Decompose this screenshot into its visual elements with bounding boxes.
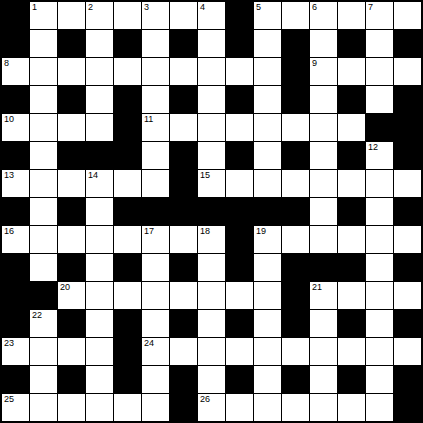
clue-number: 11 <box>144 114 153 125</box>
white-cell[interactable] <box>394 170 421 197</box>
black-cell <box>114 142 141 169</box>
white-cell[interactable] <box>226 170 253 197</box>
black-cell <box>198 198 225 225</box>
clue-number: 21 <box>312 282 322 293</box>
white-cell[interactable]: 3 <box>142 2 169 29</box>
white-cell[interactable] <box>142 254 169 281</box>
white-cell[interactable] <box>366 310 393 337</box>
white-cell[interactable] <box>30 86 57 113</box>
black-cell <box>226 2 253 29</box>
white-cell[interactable] <box>310 198 337 225</box>
white-cell[interactable]: 20 <box>58 282 85 309</box>
black-cell <box>254 198 281 225</box>
black-cell <box>58 86 85 113</box>
clue-number: 26 <box>200 394 210 405</box>
clue-number: 24 <box>144 338 154 349</box>
white-cell[interactable]: 18 <box>198 226 225 253</box>
white-cell[interactable]: 8 <box>2 58 29 85</box>
black-cell <box>394 310 421 337</box>
black-cell <box>2 366 29 393</box>
white-cell[interactable] <box>30 170 57 197</box>
black-cell <box>282 254 309 281</box>
white-cell[interactable] <box>366 170 393 197</box>
white-cell[interactable] <box>198 282 225 309</box>
white-cell[interactable] <box>338 170 365 197</box>
white-cell[interactable] <box>394 58 421 85</box>
white-cell[interactable] <box>366 338 393 365</box>
white-cell[interactable] <box>86 58 113 85</box>
white-cell[interactable] <box>142 142 169 169</box>
clue-number: 25 <box>4 394 14 405</box>
white-cell[interactable] <box>170 282 197 309</box>
clue-number: 4 <box>200 2 205 13</box>
white-cell[interactable] <box>254 394 281 421</box>
white-cell[interactable] <box>198 366 225 393</box>
white-cell[interactable]: 14 <box>86 170 113 197</box>
black-cell <box>338 142 365 169</box>
white-cell[interactable] <box>338 114 365 141</box>
clue-number: 16 <box>4 226 14 237</box>
white-cell[interactable] <box>310 86 337 113</box>
white-cell[interactable]: 24 <box>142 338 169 365</box>
black-cell <box>58 254 85 281</box>
black-cell <box>282 366 309 393</box>
black-cell <box>394 142 421 169</box>
white-cell[interactable] <box>310 114 337 141</box>
black-cell <box>170 254 197 281</box>
black-cell <box>114 310 141 337</box>
white-cell[interactable] <box>58 58 85 85</box>
white-cell[interactable] <box>310 394 337 421</box>
black-cell <box>114 86 141 113</box>
black-cell <box>170 366 197 393</box>
white-cell[interactable] <box>254 86 281 113</box>
black-cell <box>338 366 365 393</box>
black-cell <box>338 254 365 281</box>
clue-number: 7 <box>368 2 373 13</box>
clue-number: 6 <box>312 2 317 13</box>
white-cell[interactable] <box>142 30 169 57</box>
white-cell[interactable]: 4 <box>198 2 225 29</box>
black-cell <box>170 310 197 337</box>
clue-number: 9 <box>312 58 317 69</box>
white-cell[interactable] <box>310 142 337 169</box>
black-cell <box>282 282 309 309</box>
black-cell <box>226 198 253 225</box>
clue-number: 1 <box>32 2 37 13</box>
white-cell[interactable] <box>310 366 337 393</box>
white-cell[interactable] <box>310 310 337 337</box>
white-cell[interactable] <box>254 170 281 197</box>
white-cell[interactable] <box>254 338 281 365</box>
white-cell[interactable] <box>198 86 225 113</box>
white-cell[interactable] <box>338 338 365 365</box>
white-cell[interactable] <box>226 338 253 365</box>
white-cell[interactable]: 6 <box>310 2 337 29</box>
white-cell[interactable] <box>30 198 57 225</box>
white-cell[interactable] <box>30 226 57 253</box>
black-cell <box>338 310 365 337</box>
clue-number: 12 <box>368 142 378 153</box>
black-cell <box>394 394 421 421</box>
black-cell <box>338 30 365 57</box>
black-cell <box>338 86 365 113</box>
white-cell[interactable] <box>254 366 281 393</box>
black-cell <box>114 198 141 225</box>
white-cell[interactable] <box>338 58 365 85</box>
white-cell[interactable] <box>86 254 113 281</box>
black-cell <box>170 170 197 197</box>
black-cell <box>2 2 29 29</box>
white-cell[interactable] <box>30 338 57 365</box>
white-cell[interactable] <box>254 310 281 337</box>
black-cell <box>114 338 141 365</box>
white-cell[interactable]: 16 <box>2 226 29 253</box>
black-cell <box>226 226 253 253</box>
black-cell <box>170 394 197 421</box>
crossword-board: 1234567891011121314151617181920212223242… <box>0 0 423 423</box>
white-cell[interactable] <box>30 30 57 57</box>
black-cell <box>366 114 393 141</box>
black-cell <box>114 366 141 393</box>
white-cell[interactable] <box>30 394 57 421</box>
white-cell[interactable] <box>198 310 225 337</box>
black-cell <box>2 86 29 113</box>
white-cell[interactable] <box>114 394 141 421</box>
white-cell[interactable] <box>366 86 393 113</box>
white-cell[interactable] <box>198 338 225 365</box>
white-cell[interactable] <box>366 226 393 253</box>
white-cell[interactable] <box>338 226 365 253</box>
white-cell[interactable] <box>142 86 169 113</box>
black-cell <box>170 86 197 113</box>
white-cell[interactable] <box>366 254 393 281</box>
white-cell[interactable] <box>86 282 113 309</box>
black-cell <box>58 198 85 225</box>
white-cell[interactable] <box>30 366 57 393</box>
clue-number: 10 <box>4 114 14 125</box>
white-cell[interactable] <box>338 394 365 421</box>
white-cell[interactable]: 7 <box>366 2 393 29</box>
black-cell <box>282 86 309 113</box>
white-cell[interactable] <box>310 30 337 57</box>
black-cell <box>226 142 253 169</box>
black-cell <box>282 142 309 169</box>
white-cell[interactable]: 23 <box>2 338 29 365</box>
white-cell[interactable] <box>58 226 85 253</box>
white-cell[interactable] <box>226 282 253 309</box>
black-cell <box>2 310 29 337</box>
black-cell <box>394 86 421 113</box>
black-cell <box>394 114 421 141</box>
white-cell[interactable] <box>86 86 113 113</box>
white-cell[interactable] <box>30 254 57 281</box>
white-cell[interactable] <box>86 226 113 253</box>
white-cell[interactable] <box>310 338 337 365</box>
white-cell[interactable] <box>282 394 309 421</box>
clue-number: 17 <box>144 226 154 237</box>
black-cell <box>86 142 113 169</box>
white-cell[interactable] <box>198 58 225 85</box>
white-cell[interactable] <box>114 58 141 85</box>
white-cell[interactable] <box>86 394 113 421</box>
clue-number: 14 <box>88 170 98 181</box>
clue-number: 20 <box>60 282 70 293</box>
black-cell <box>310 254 337 281</box>
white-cell[interactable] <box>86 114 113 141</box>
white-cell[interactable] <box>114 170 141 197</box>
white-cell[interactable] <box>86 366 113 393</box>
white-cell[interactable] <box>86 30 113 57</box>
white-cell[interactable] <box>338 2 365 29</box>
clue-number: 15 <box>200 170 210 181</box>
white-cell[interactable] <box>58 394 85 421</box>
clue-number: 8 <box>4 58 9 69</box>
white-cell[interactable]: 1 <box>30 2 57 29</box>
white-cell[interactable] <box>310 226 337 253</box>
white-cell[interactable] <box>394 338 421 365</box>
clue-number: 19 <box>256 226 266 237</box>
white-cell[interactable] <box>198 30 225 57</box>
black-cell <box>114 114 141 141</box>
white-cell[interactable] <box>254 142 281 169</box>
white-cell[interactable] <box>170 226 197 253</box>
black-cell <box>282 30 309 57</box>
black-cell <box>114 254 141 281</box>
clue-number: 18 <box>200 226 210 237</box>
white-cell[interactable]: 13 <box>2 170 29 197</box>
black-cell <box>170 142 197 169</box>
white-cell[interactable] <box>86 198 113 225</box>
white-cell[interactable]: 17 <box>142 226 169 253</box>
white-cell[interactable] <box>58 2 85 29</box>
white-cell[interactable] <box>30 142 57 169</box>
white-cell[interactable] <box>282 226 309 253</box>
black-cell <box>282 310 309 337</box>
white-cell[interactable] <box>282 338 309 365</box>
white-cell[interactable] <box>30 58 57 85</box>
black-cell <box>58 142 85 169</box>
white-cell[interactable] <box>58 114 85 141</box>
black-cell <box>226 86 253 113</box>
white-cell[interactable] <box>394 282 421 309</box>
white-cell[interactable]: 19 <box>254 226 281 253</box>
white-cell[interactable] <box>86 310 113 337</box>
white-cell[interactable] <box>142 170 169 197</box>
white-cell[interactable] <box>338 282 365 309</box>
white-cell[interactable]: 26 <box>198 394 225 421</box>
white-cell[interactable] <box>282 170 309 197</box>
white-cell[interactable] <box>254 58 281 85</box>
clue-number: 23 <box>4 338 14 349</box>
white-cell[interactable] <box>198 254 225 281</box>
clue-number: 5 <box>256 2 261 13</box>
white-cell[interactable]: 2 <box>86 2 113 29</box>
clue-number: 3 <box>144 2 149 13</box>
white-cell[interactable] <box>254 282 281 309</box>
white-cell[interactable]: 9 <box>310 58 337 85</box>
white-cell[interactable] <box>114 2 141 29</box>
white-cell[interactable] <box>86 338 113 365</box>
white-cell[interactable] <box>282 114 309 141</box>
white-cell[interactable] <box>366 58 393 85</box>
white-cell[interactable] <box>366 282 393 309</box>
black-cell <box>394 366 421 393</box>
white-cell[interactable] <box>170 114 197 141</box>
white-cell[interactable] <box>58 338 85 365</box>
white-cell[interactable] <box>198 114 225 141</box>
white-cell[interactable] <box>170 338 197 365</box>
white-cell[interactable] <box>58 170 85 197</box>
white-cell[interactable] <box>198 142 225 169</box>
white-cell[interactable]: 21 <box>310 282 337 309</box>
white-cell[interactable] <box>114 282 141 309</box>
white-cell[interactable] <box>310 170 337 197</box>
clue-number: 22 <box>32 310 42 321</box>
black-cell <box>58 310 85 337</box>
black-cell <box>170 198 197 225</box>
white-cell[interactable] <box>282 2 309 29</box>
black-cell <box>394 198 421 225</box>
white-cell[interactable] <box>142 366 169 393</box>
white-cell[interactable] <box>142 58 169 85</box>
white-cell[interactable] <box>366 394 393 421</box>
white-cell[interactable]: 12 <box>366 142 393 169</box>
black-cell <box>142 198 169 225</box>
clue-number: 13 <box>4 170 14 181</box>
black-cell <box>394 30 421 57</box>
black-cell <box>226 254 253 281</box>
white-cell[interactable] <box>114 226 141 253</box>
white-cell[interactable]: 5 <box>254 2 281 29</box>
white-cell[interactable]: 15 <box>198 170 225 197</box>
black-cell <box>394 254 421 281</box>
white-cell[interactable] <box>254 30 281 57</box>
black-cell <box>338 198 365 225</box>
white-cell[interactable] <box>226 394 253 421</box>
white-cell[interactable] <box>170 2 197 29</box>
white-cell[interactable]: 25 <box>2 394 29 421</box>
black-cell <box>58 30 85 57</box>
black-cell <box>30 282 57 309</box>
black-cell <box>226 366 253 393</box>
black-cell <box>2 30 29 57</box>
black-cell <box>2 282 29 309</box>
black-cell <box>226 310 253 337</box>
white-cell[interactable] <box>170 58 197 85</box>
black-cell <box>2 198 29 225</box>
black-cell <box>58 366 85 393</box>
white-cell[interactable] <box>254 254 281 281</box>
white-cell[interactable] <box>30 114 57 141</box>
white-cell[interactable] <box>394 226 421 253</box>
white-cell[interactable] <box>142 282 169 309</box>
white-cell[interactable] <box>366 366 393 393</box>
white-cell[interactable] <box>254 114 281 141</box>
black-cell <box>282 58 309 85</box>
white-cell[interactable] <box>366 198 393 225</box>
white-cell[interactable]: 10 <box>2 114 29 141</box>
white-cell[interactable] <box>142 394 169 421</box>
black-cell <box>2 142 29 169</box>
clue-number: 2 <box>88 2 93 13</box>
white-cell[interactable] <box>394 2 421 29</box>
white-cell[interactable]: 22 <box>30 310 57 337</box>
black-cell <box>2 254 29 281</box>
black-cell <box>282 198 309 225</box>
white-cell[interactable]: 11 <box>142 114 169 141</box>
white-cell[interactable] <box>226 114 253 141</box>
white-cell[interactable] <box>366 30 393 57</box>
white-cell[interactable] <box>226 58 253 85</box>
black-cell <box>170 30 197 57</box>
black-cell <box>114 30 141 57</box>
black-cell <box>226 30 253 57</box>
white-cell[interactable] <box>142 310 169 337</box>
